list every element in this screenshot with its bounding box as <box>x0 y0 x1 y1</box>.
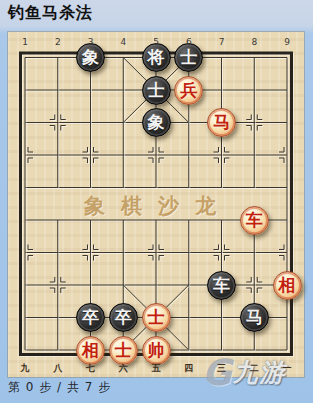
piece-red-horse[interactable]: 马 <box>207 108 236 137</box>
puzzle-title: 钓鱼马杀法 <box>8 3 93 24</box>
piece-red-elephant[interactable]: 相 <box>76 336 105 365</box>
file-label-bottom: 二 <box>245 362 263 374</box>
pieces-layer: 象将士士象车卒卒马兵马车相士相士帅 <box>8 32 304 377</box>
file-label-bottom: 一 <box>278 362 296 374</box>
piece-black-advisor[interactable]: 士 <box>142 76 171 105</box>
file-label-top: 5 <box>147 36 165 48</box>
piece-red-advisor[interactable]: 士 <box>109 336 138 365</box>
piece-black-horse[interactable]: 马 <box>240 303 269 332</box>
file-label-top: 1 <box>16 36 34 48</box>
file-label-top: 8 <box>245 36 263 48</box>
file-label-bottom: 四 <box>180 362 198 374</box>
piece-red-elephant[interactable]: 相 <box>273 271 302 300</box>
piece-red-chariot[interactable]: 车 <box>240 206 269 235</box>
file-label-top: 2 <box>49 36 67 48</box>
file-label-top: 3 <box>82 36 100 48</box>
title-bar: 钓鱼马杀法 <box>0 0 313 30</box>
piece-red-pawn[interactable]: 兵 <box>174 76 203 105</box>
step-status: 第 0 步 / 共 7 步 <box>8 379 111 396</box>
piece-black-elephant[interactable]: 象 <box>142 108 171 137</box>
file-label-bottom: 三 <box>213 362 231 374</box>
piece-black-chariot[interactable]: 车 <box>207 271 236 300</box>
file-label-bottom: 八 <box>49 362 67 374</box>
file-label-bottom: 七 <box>82 362 100 374</box>
app-screen: 钓鱼马杀法 象棋沙龙 象将士士象车卒卒马兵马车相士相士帅 G 九游 123456… <box>0 0 313 403</box>
piece-red-king[interactable]: 帅 <box>142 336 171 365</box>
file-label-top: 6 <box>180 36 198 48</box>
file-label-bottom: 六 <box>114 362 132 374</box>
file-label-bottom: 九 <box>16 362 34 374</box>
piece-black-soldier[interactable]: 卒 <box>76 303 105 332</box>
piece-red-advisor[interactable]: 士 <box>142 303 171 332</box>
file-label-top: 4 <box>114 36 132 48</box>
file-label-top: 9 <box>278 36 296 48</box>
xiangqi-board[interactable]: 象棋沙龙 象将士士象车卒卒马兵马车相士相士帅 G 九游 123456789九八七… <box>8 32 304 377</box>
file-label-top: 7 <box>213 36 231 48</box>
piece-black-soldier[interactable]: 卒 <box>109 303 138 332</box>
file-label-bottom: 五 <box>147 362 165 374</box>
